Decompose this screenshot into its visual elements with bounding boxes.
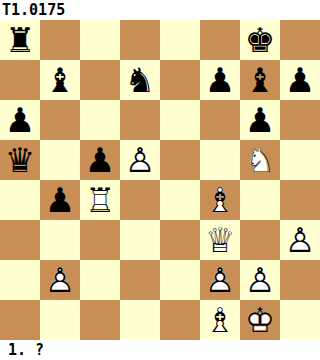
black-pawn-icon: ♟ (240, 100, 280, 140)
white-pawn-icon: ♙ (280, 220, 320, 260)
piece-black-pawn[interactable]: ♟ (280, 60, 320, 100)
square-a7[interactable] (0, 60, 40, 100)
square-h2[interactable] (280, 260, 320, 300)
square-f3[interactable]: ♛♕ (200, 220, 240, 260)
black-knight-icon: ♞ (120, 60, 160, 100)
black-rook-icon: ♜ (0, 20, 40, 60)
piece-white-bishop[interactable]: ♝♗ (200, 180, 240, 220)
piece-white-king[interactable]: ♚♔ (240, 300, 280, 340)
piece-black-bishop[interactable]: ♝ (40, 60, 80, 100)
black-pawn-icon: ♟ (40, 180, 80, 220)
chess-puzzle-window: T1.0175 ♜♚♝♞♟♝♟♟♟♛♟♟♙♞♘♟♜♖♝♗♛♕♟♙♟♙♟♙♟♙♝♗… (0, 0, 320, 360)
piece-black-king[interactable]: ♚ (240, 20, 280, 60)
chess-board: ♜♚♝♞♟♝♟♟♟♛♟♟♙♞♘♟♜♖♝♗♛♕♟♙♟♙♟♙♟♙♝♗♚♔ (0, 20, 320, 340)
square-d1[interactable] (120, 300, 160, 340)
square-h8[interactable] (280, 20, 320, 60)
piece-black-pawn[interactable]: ♟ (40, 180, 80, 220)
black-king-icon: ♚ (240, 20, 280, 60)
square-h4[interactable] (280, 180, 320, 220)
piece-black-pawn[interactable]: ♟ (80, 140, 120, 180)
piece-black-pawn[interactable]: ♟ (200, 60, 240, 100)
white-pawn-icon: ♙ (200, 260, 240, 300)
piece-white-bishop[interactable]: ♝♗ (200, 300, 240, 340)
square-e8[interactable] (160, 20, 200, 60)
puzzle-id: T1.0175 (0, 0, 320, 20)
square-a3[interactable] (0, 220, 40, 260)
square-d4[interactable] (120, 180, 160, 220)
piece-white-pawn[interactable]: ♟♙ (40, 260, 80, 300)
square-g6[interactable]: ♟ (240, 100, 280, 140)
piece-white-pawn[interactable]: ♟♙ (120, 140, 160, 180)
square-c5[interactable]: ♟ (80, 140, 120, 180)
square-d8[interactable] (120, 20, 160, 60)
square-f2[interactable]: ♟♙ (200, 260, 240, 300)
square-c7[interactable] (80, 60, 120, 100)
white-knight-icon: ♘ (240, 140, 280, 180)
square-a1[interactable] (0, 300, 40, 340)
black-queen-icon: ♛ (0, 140, 40, 180)
white-pawn-icon: ♙ (40, 260, 80, 300)
white-bishop-icon: ♗ (200, 300, 240, 340)
square-e2[interactable] (160, 260, 200, 300)
square-f7[interactable]: ♟ (200, 60, 240, 100)
move-prompt: 1. ? (0, 340, 320, 360)
piece-black-pawn[interactable]: ♟ (0, 100, 40, 140)
square-d7[interactable]: ♞ (120, 60, 160, 100)
white-queen-icon: ♕ (200, 220, 240, 260)
black-bishop-icon: ♝ (40, 60, 80, 100)
square-d3[interactable] (120, 220, 160, 260)
square-h3[interactable]: ♟♙ (280, 220, 320, 260)
piece-white-pawn[interactable]: ♟♙ (240, 260, 280, 300)
square-g5[interactable]: ♞♘ (240, 140, 280, 180)
square-h5[interactable] (280, 140, 320, 180)
square-d2[interactable] (120, 260, 160, 300)
square-e6[interactable] (160, 100, 200, 140)
square-e4[interactable] (160, 180, 200, 220)
square-f6[interactable] (200, 100, 240, 140)
square-f8[interactable] (200, 20, 240, 60)
square-g1[interactable]: ♚♔ (240, 300, 280, 340)
black-pawn-icon: ♟ (200, 60, 240, 100)
square-b6[interactable] (40, 100, 80, 140)
black-pawn-icon: ♟ (80, 140, 120, 180)
square-a8[interactable]: ♜ (0, 20, 40, 60)
square-b4[interactable]: ♟ (40, 180, 80, 220)
square-b8[interactable] (40, 20, 80, 60)
square-f4[interactable]: ♝♗ (200, 180, 240, 220)
piece-black-knight[interactable]: ♞ (120, 60, 160, 100)
square-c3[interactable] (80, 220, 120, 260)
piece-white-rook[interactable]: ♜♖ (80, 180, 120, 220)
square-f5[interactable] (200, 140, 240, 180)
white-pawn-icon: ♙ (240, 260, 280, 300)
piece-black-queen[interactable]: ♛ (0, 140, 40, 180)
piece-black-rook[interactable]: ♜ (0, 20, 40, 60)
square-e7[interactable] (160, 60, 200, 100)
white-pawn-icon: ♙ (120, 140, 160, 180)
piece-white-pawn[interactable]: ♟♙ (200, 260, 240, 300)
square-e5[interactable] (160, 140, 200, 180)
square-g7[interactable]: ♝ (240, 60, 280, 100)
square-c4[interactable]: ♜♖ (80, 180, 120, 220)
piece-white-knight[interactable]: ♞♘ (240, 140, 280, 180)
square-e3[interactable] (160, 220, 200, 260)
black-bishop-icon: ♝ (240, 60, 280, 100)
white-king-icon: ♔ (240, 300, 280, 340)
piece-black-pawn[interactable]: ♟ (240, 100, 280, 140)
square-a6[interactable]: ♟ (0, 100, 40, 140)
square-c1[interactable] (80, 300, 120, 340)
piece-white-queen[interactable]: ♛♕ (200, 220, 240, 260)
square-a2[interactable] (0, 260, 40, 300)
black-pawn-icon: ♟ (0, 100, 40, 140)
square-d5[interactable]: ♟♙ (120, 140, 160, 180)
square-b3[interactable] (40, 220, 80, 260)
piece-black-bishop[interactable]: ♝ (240, 60, 280, 100)
square-f1[interactable]: ♝♗ (200, 300, 240, 340)
square-b1[interactable] (40, 300, 80, 340)
square-h7[interactable]: ♟ (280, 60, 320, 100)
square-g3[interactable] (240, 220, 280, 260)
square-c2[interactable] (80, 260, 120, 300)
square-h1[interactable] (280, 300, 320, 340)
piece-white-pawn[interactable]: ♟♙ (280, 220, 320, 260)
square-e1[interactable] (160, 300, 200, 340)
black-pawn-icon: ♟ (280, 60, 320, 100)
square-b2[interactable]: ♟♙ (40, 260, 80, 300)
square-c8[interactable] (80, 20, 120, 60)
square-a5[interactable]: ♛ (0, 140, 40, 180)
square-g4[interactable] (240, 180, 280, 220)
square-a4[interactable] (0, 180, 40, 220)
square-d6[interactable] (120, 100, 160, 140)
square-b7[interactable]: ♝ (40, 60, 80, 100)
white-bishop-icon: ♗ (200, 180, 240, 220)
square-g8[interactable]: ♚ (240, 20, 280, 60)
square-b5[interactable] (40, 140, 80, 180)
white-rook-icon: ♖ (80, 180, 120, 220)
square-c6[interactable] (80, 100, 120, 140)
square-g2[interactable]: ♟♙ (240, 260, 280, 300)
square-h6[interactable] (280, 100, 320, 140)
